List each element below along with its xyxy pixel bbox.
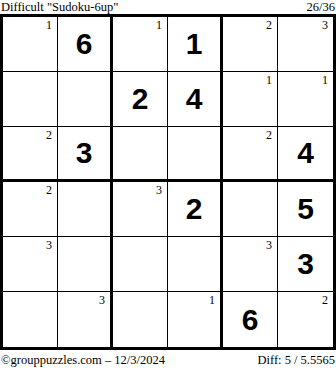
footer: ©grouppuzzles.com – 12/3/2024 Diff: 5 / …: [0, 350, 336, 370]
difficulty-text: Diff: 5 / 5.5565: [257, 351, 335, 369]
corner-number: 1: [322, 74, 328, 86]
cell-r5c3[interactable]: [113, 237, 168, 292]
sudoku-board: 1611232411232423253333162: [0, 14, 336, 350]
cell-r3c2[interactable]: 3: [58, 127, 113, 182]
cell-r1c5[interactable]: 2: [223, 17, 278, 72]
cell-r2c6[interactable]: 1: [278, 72, 333, 127]
cell-r4c4[interactable]: 2: [168, 182, 223, 237]
given-digit: 2: [132, 84, 149, 114]
cell-r4c6[interactable]: 5: [278, 182, 333, 237]
cell-r5c4[interactable]: [168, 237, 223, 292]
given-digit: 1: [186, 29, 203, 59]
given-digit: 5: [297, 194, 314, 224]
puzzle-title: Difficult "Sudoku-6up": [1, 1, 118, 14]
cell-r6c4[interactable]: 1: [168, 292, 223, 347]
cell-r6c5[interactable]: 6: [223, 292, 278, 347]
cell-r6c6[interactable]: 2: [278, 292, 333, 347]
given-digit: 6: [242, 305, 259, 335]
cell-r3c5[interactable]: 2: [223, 127, 278, 182]
cell-r4c1[interactable]: 2: [3, 182, 58, 237]
cell-r5c2[interactable]: [58, 237, 113, 292]
corner-number: 1: [46, 19, 52, 31]
cell-r3c3[interactable]: [113, 127, 168, 182]
cell-r1c1[interactable]: 1: [3, 17, 58, 72]
cell-r3c4[interactable]: [168, 127, 223, 182]
corner-number: 3: [156, 184, 162, 196]
copyright-text: ©grouppuzzles.com – 12/3/2024: [1, 351, 165, 369]
cell-r3c6[interactable]: 4: [278, 127, 333, 182]
corner-number: 2: [46, 184, 52, 196]
corner-number: 1: [266, 74, 272, 86]
given-digit: 3: [76, 138, 93, 168]
cell-r5c6[interactable]: 3: [278, 237, 333, 292]
corner-number: 1: [209, 294, 215, 306]
cell-r1c4[interactable]: 1: [168, 17, 223, 72]
corner-number: 2: [322, 294, 328, 306]
cell-r1c3[interactable]: 1: [113, 17, 168, 72]
given-digit: 6: [76, 29, 93, 59]
given-digit: 2: [186, 194, 203, 224]
cell-r6c2[interactable]: 3: [58, 292, 113, 347]
corner-number: 3: [46, 239, 52, 251]
cell-r2c5[interactable]: 1: [223, 72, 278, 127]
corner-number: 2: [46, 129, 52, 141]
cell-r1c2[interactable]: 6: [58, 17, 113, 72]
cell-r2c4[interactable]: 4: [168, 72, 223, 127]
given-digit: 4: [297, 138, 314, 168]
cell-r4c2[interactable]: [58, 182, 113, 237]
cell-r2c1[interactable]: [3, 72, 58, 127]
cell-r5c5[interactable]: 3: [223, 237, 278, 292]
corner-number: 2: [266, 19, 272, 31]
header: Difficult "Sudoku-6up" 26/36: [0, 0, 336, 14]
cell-r6c1[interactable]: [3, 292, 58, 347]
puzzle-page: Difficult "Sudoku-6up" 26/36 16112324112…: [0, 0, 336, 370]
cell-r6c3[interactable]: [113, 292, 168, 347]
corner-number: 2: [266, 129, 272, 141]
corner-number: 3: [266, 239, 272, 251]
given-digit: 4: [186, 84, 203, 114]
cell-r3c1[interactable]: 2: [3, 127, 58, 182]
corner-number: 3: [99, 294, 105, 306]
cell-r2c3[interactable]: 2: [113, 72, 168, 127]
cell-r5c1[interactable]: 3: [3, 237, 58, 292]
cell-r4c3[interactable]: 3: [113, 182, 168, 237]
cell-r4c5[interactable]: [223, 182, 278, 237]
cell-r2c2[interactable]: [58, 72, 113, 127]
cell-r1c6[interactable]: 3: [278, 17, 333, 72]
given-digit: 3: [297, 249, 314, 279]
corner-number: 3: [322, 19, 328, 31]
corner-number: 1: [156, 19, 162, 31]
blank-cell-counter: 26/36: [307, 1, 335, 14]
